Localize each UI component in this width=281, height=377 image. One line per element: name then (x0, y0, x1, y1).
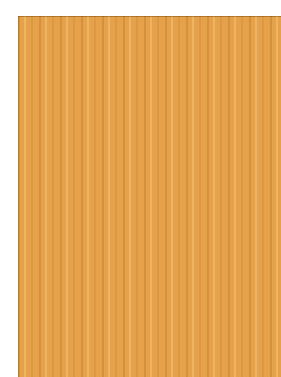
intersection-grid (1, 4, 265, 364)
column-labels-strip (0, 0, 281, 16)
go-board-app (0, 0, 281, 377)
row-labels-strip (0, 16, 18, 377)
